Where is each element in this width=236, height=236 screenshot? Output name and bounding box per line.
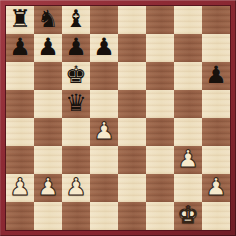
square-h1[interactable] <box>202 202 230 230</box>
square-g5[interactable] <box>174 90 202 118</box>
square-a1[interactable] <box>6 202 34 230</box>
square-f6[interactable] <box>146 62 174 90</box>
square-a7[interactable]: ♟ <box>6 34 34 62</box>
piece-black-pawn-d7[interactable]: ♟ <box>93 33 115 61</box>
piece-white-pawn-d4[interactable]: ♟ <box>93 117 115 145</box>
square-d1[interactable] <box>90 202 118 230</box>
square-f1[interactable] <box>146 202 174 230</box>
square-d3[interactable] <box>90 146 118 174</box>
square-e1[interactable] <box>118 202 146 230</box>
piece-black-queen-c5[interactable]: ♛ <box>65 89 87 117</box>
piece-white-pawn-h2[interactable]: ♟ <box>205 173 227 201</box>
square-d8[interactable] <box>90 6 118 34</box>
square-b7[interactable]: ♟ <box>34 34 62 62</box>
square-e2[interactable] <box>118 174 146 202</box>
square-d2[interactable] <box>90 174 118 202</box>
piece-white-pawn-g3[interactable]: ♟ <box>177 145 199 173</box>
square-b5[interactable] <box>34 90 62 118</box>
square-a4[interactable] <box>6 118 34 146</box>
square-h2[interactable]: ♟ <box>202 174 230 202</box>
square-g1[interactable]: ♚ <box>174 202 202 230</box>
square-c6[interactable]: ♚ <box>62 62 90 90</box>
square-e4[interactable] <box>118 118 146 146</box>
square-d5[interactable] <box>90 90 118 118</box>
square-h6[interactable]: ♟ <box>202 62 230 90</box>
piece-black-bishop-c8[interactable]: ♝ <box>65 5 87 33</box>
square-b4[interactable] <box>34 118 62 146</box>
square-b8[interactable]: ♞ <box>34 6 62 34</box>
square-d4[interactable]: ♟ <box>90 118 118 146</box>
square-f2[interactable] <box>146 174 174 202</box>
piece-black-rook-a8[interactable]: ♜ <box>9 5 31 33</box>
square-d6[interactable] <box>90 62 118 90</box>
square-g8[interactable] <box>174 6 202 34</box>
square-e8[interactable] <box>118 6 146 34</box>
square-b3[interactable] <box>34 146 62 174</box>
square-c4[interactable] <box>62 118 90 146</box>
square-f8[interactable] <box>146 6 174 34</box>
square-g3[interactable]: ♟ <box>174 146 202 174</box>
board-frame: ♜♞♝♟♟♟♟♚♟♛♟♟♟♟♟♟♚ <box>0 0 236 236</box>
square-f3[interactable] <box>146 146 174 174</box>
square-a6[interactable] <box>6 62 34 90</box>
piece-black-king-c6[interactable]: ♚ <box>65 61 87 89</box>
piece-black-pawn-a7[interactable]: ♟ <box>9 33 31 61</box>
square-f4[interactable] <box>146 118 174 146</box>
square-a5[interactable] <box>6 90 34 118</box>
square-g4[interactable] <box>174 118 202 146</box>
piece-white-pawn-b2[interactable]: ♟ <box>37 173 59 201</box>
square-h5[interactable] <box>202 90 230 118</box>
square-b1[interactable] <box>34 202 62 230</box>
piece-black-knight-b8[interactable]: ♞ <box>37 5 59 33</box>
square-e3[interactable] <box>118 146 146 174</box>
square-d7[interactable]: ♟ <box>90 34 118 62</box>
square-b6[interactable] <box>34 62 62 90</box>
square-c7[interactable]: ♟ <box>62 34 90 62</box>
piece-black-pawn-c7[interactable]: ♟ <box>65 33 87 61</box>
square-b2[interactable]: ♟ <box>34 174 62 202</box>
square-h4[interactable] <box>202 118 230 146</box>
square-h8[interactable] <box>202 6 230 34</box>
square-h7[interactable] <box>202 34 230 62</box>
square-a2[interactable]: ♟ <box>6 174 34 202</box>
square-c5[interactable]: ♛ <box>62 90 90 118</box>
square-g7[interactable] <box>174 34 202 62</box>
square-f5[interactable] <box>146 90 174 118</box>
square-g2[interactable] <box>174 174 202 202</box>
chess-board: ♜♞♝♟♟♟♟♚♟♛♟♟♟♟♟♟♚ <box>6 6 230 230</box>
piece-black-pawn-h6[interactable]: ♟ <box>205 61 227 89</box>
square-h3[interactable] <box>202 146 230 174</box>
square-c3[interactable] <box>62 146 90 174</box>
square-e5[interactable] <box>118 90 146 118</box>
square-c1[interactable] <box>62 202 90 230</box>
square-c2[interactable]: ♟ <box>62 174 90 202</box>
piece-black-pawn-b7[interactable]: ♟ <box>37 33 59 61</box>
square-g6[interactable] <box>174 62 202 90</box>
square-f7[interactable] <box>146 34 174 62</box>
piece-white-king-g1[interactable]: ♚ <box>177 201 199 229</box>
square-a3[interactable] <box>6 146 34 174</box>
square-e6[interactable] <box>118 62 146 90</box>
square-e7[interactable] <box>118 34 146 62</box>
square-a8[interactable]: ♜ <box>6 6 34 34</box>
square-c8[interactable]: ♝ <box>62 6 90 34</box>
piece-white-pawn-c2[interactable]: ♟ <box>65 173 87 201</box>
piece-white-pawn-a2[interactable]: ♟ <box>9 173 31 201</box>
